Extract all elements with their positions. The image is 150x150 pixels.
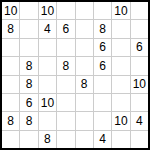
empty-cell[interactable]: [57, 76, 74, 93]
clue-cell: 8: [94, 20, 111, 37]
empty-cell[interactable]: [20, 131, 37, 148]
clue-cell: 8: [20, 57, 37, 74]
empty-cell[interactable]: [2, 76, 19, 93]
clue-cell: 8: [57, 57, 74, 74]
clue-cell: 10: [39, 94, 56, 111]
empty-cell[interactable]: [94, 76, 111, 93]
empty-cell[interactable]: [2, 57, 19, 74]
clue-cell: 4: [94, 131, 111, 148]
empty-cell[interactable]: [112, 131, 129, 148]
empty-cell[interactable]: [131, 20, 148, 37]
empty-cell[interactable]: [112, 20, 129, 37]
empty-cell[interactable]: [39, 39, 56, 56]
empty-cell[interactable]: [94, 94, 111, 111]
empty-cell[interactable]: [131, 131, 148, 148]
puzzle-board: 10101084686688688106108810484: [0, 0, 150, 150]
empty-cell[interactable]: [76, 20, 93, 37]
empty-cell[interactable]: [57, 2, 74, 19]
empty-cell[interactable]: [94, 112, 111, 129]
empty-cell[interactable]: [20, 2, 37, 19]
clue-cell: 10: [2, 2, 19, 19]
empty-cell[interactable]: [57, 131, 74, 148]
empty-cell[interactable]: [76, 39, 93, 56]
empty-cell[interactable]: [57, 39, 74, 56]
empty-cell[interactable]: [76, 112, 93, 129]
empty-cell[interactable]: [112, 57, 129, 74]
empty-cell[interactable]: [94, 2, 111, 19]
clue-cell: 10: [112, 2, 129, 19]
empty-cell[interactable]: [112, 39, 129, 56]
empty-cell[interactable]: [131, 57, 148, 74]
clue-cell: 4: [131, 112, 148, 129]
clue-cell: 10: [39, 2, 56, 19]
empty-cell[interactable]: [131, 2, 148, 19]
empty-cell[interactable]: [2, 131, 19, 148]
clue-cell: 4: [39, 20, 56, 37]
empty-cell[interactable]: [57, 94, 74, 111]
empty-cell[interactable]: [20, 39, 37, 56]
empty-cell[interactable]: [2, 94, 19, 111]
clue-cell: 8: [20, 76, 37, 93]
clue-cell: 8: [2, 20, 19, 37]
clue-cell: 8: [2, 112, 19, 129]
clue-cell: 8: [39, 131, 56, 148]
empty-cell[interactable]: [2, 39, 19, 56]
empty-cell[interactable]: [57, 112, 74, 129]
empty-cell[interactable]: [76, 131, 93, 148]
empty-cell[interactable]: [131, 94, 148, 111]
clue-cell: 6: [57, 20, 74, 37]
clue-cell: 6: [94, 57, 111, 74]
empty-cell[interactable]: [39, 112, 56, 129]
empty-cell[interactable]: [39, 76, 56, 93]
clue-cell: 10: [112, 112, 129, 129]
clue-cell: 8: [20, 112, 37, 129]
empty-cell[interactable]: [76, 57, 93, 74]
empty-cell[interactable]: [39, 57, 56, 74]
empty-cell[interactable]: [76, 94, 93, 111]
clue-cell: 6: [131, 39, 148, 56]
clue-cell: 10: [131, 76, 148, 93]
clue-cell: 8: [76, 76, 93, 93]
clue-cell: 6: [20, 94, 37, 111]
empty-cell[interactable]: [20, 20, 37, 37]
empty-cell[interactable]: [76, 2, 93, 19]
empty-cell[interactable]: [112, 76, 129, 93]
clue-cell: 6: [94, 39, 111, 56]
empty-cell[interactable]: [112, 94, 129, 111]
